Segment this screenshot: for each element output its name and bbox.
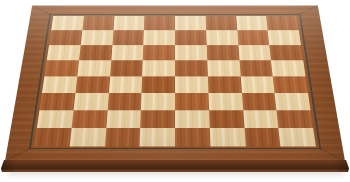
square-h8 (266, 16, 299, 30)
square-c3 (107, 93, 142, 110)
square-a8 (51, 16, 84, 30)
square-h6 (269, 45, 303, 60)
square-d3 (141, 93, 175, 110)
square-e3 (175, 93, 209, 110)
square-g8 (236, 16, 268, 30)
square-d2 (140, 110, 175, 128)
square-e2 (175, 110, 210, 128)
square-d4 (142, 76, 175, 93)
square-d1 (140, 128, 175, 147)
square-b1 (69, 128, 106, 147)
square-e4 (175, 76, 208, 93)
square-h3 (275, 93, 311, 110)
square-b4 (75, 76, 109, 93)
square-a4 (42, 76, 77, 93)
square-b8 (82, 16, 114, 30)
photo-background (0, 0, 350, 182)
chessboard (5, 5, 345, 161)
square-d7 (144, 30, 175, 45)
square-a5 (44, 61, 78, 77)
square-h4 (273, 76, 308, 93)
square-f8 (205, 16, 236, 30)
square-a7 (49, 30, 82, 45)
square-b6 (79, 45, 112, 60)
square-c6 (111, 45, 144, 60)
square-e5 (175, 61, 208, 77)
square-d8 (144, 16, 175, 30)
square-h1 (279, 128, 316, 147)
square-e7 (175, 30, 206, 45)
square-a3 (39, 93, 75, 110)
square-h7 (268, 30, 301, 45)
square-d6 (143, 45, 175, 60)
square-f3 (208, 93, 243, 110)
square-e6 (175, 45, 207, 60)
square-f5 (207, 61, 240, 77)
square-f2 (209, 110, 244, 128)
square-g6 (238, 45, 271, 60)
square-h2 (277, 110, 314, 128)
inlay-pinstripe-border (29, 14, 321, 149)
square-g1 (244, 128, 281, 147)
square-g3 (242, 93, 277, 110)
board-grid (34, 16, 316, 147)
square-a1 (34, 128, 71, 147)
square-c1 (105, 128, 141, 147)
square-b7 (81, 30, 114, 45)
square-e1 (175, 128, 210, 147)
square-b2 (71, 110, 107, 128)
square-b3 (73, 93, 108, 110)
square-g7 (237, 30, 270, 45)
square-g5 (239, 61, 273, 77)
board-shadow (8, 170, 344, 178)
square-e8 (175, 16, 206, 30)
square-c2 (106, 110, 141, 128)
square-f1 (210, 128, 246, 147)
square-c8 (113, 16, 144, 30)
square-f7 (206, 30, 238, 45)
square-f6 (206, 45, 239, 60)
square-b5 (77, 61, 111, 77)
square-g2 (243, 110, 279, 128)
square-a6 (47, 45, 81, 60)
square-d5 (142, 61, 175, 77)
square-h5 (271, 61, 305, 77)
square-g4 (240, 76, 274, 93)
square-f4 (208, 76, 242, 93)
square-c4 (108, 76, 142, 93)
square-a2 (37, 110, 74, 128)
square-c5 (110, 61, 143, 77)
square-c7 (112, 30, 144, 45)
